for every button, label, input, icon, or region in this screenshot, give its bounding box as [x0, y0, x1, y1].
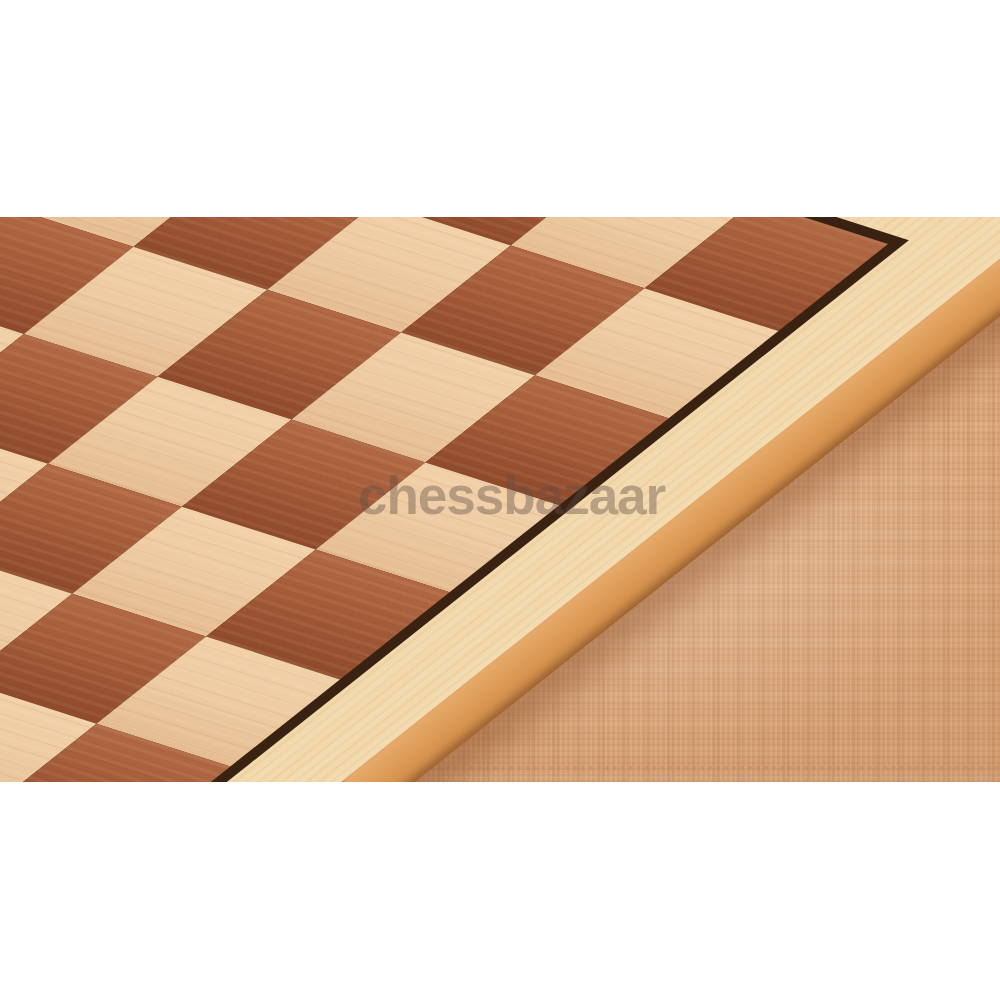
photo-area: chessbazaar — [0, 217, 1000, 782]
watermark-text: chessbazaar — [358, 469, 665, 522]
product-image: chessbazaar — [0, 0, 1000, 1000]
